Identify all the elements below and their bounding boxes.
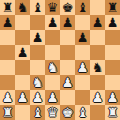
square-b6[interactable] xyxy=(15,30,30,45)
piece-white-pawn[interactable]: ♟ xyxy=(2,90,14,105)
piece-black-pawn[interactable]: ♟ xyxy=(2,15,14,30)
square-e2[interactable] xyxy=(60,90,75,105)
piece-white-pawn[interactable]: ♟ xyxy=(32,90,44,105)
square-f5[interactable] xyxy=(75,45,90,60)
piece-white-pawn[interactable]: ♟ xyxy=(62,75,74,90)
square-c2[interactable]: ♟ xyxy=(30,90,45,105)
piece-white-pawn[interactable]: ♟ xyxy=(107,90,119,105)
square-a7[interactable]: ♟ xyxy=(0,15,15,30)
square-b3[interactable] xyxy=(15,75,30,90)
square-b2[interactable]: ♟ xyxy=(15,90,30,105)
piece-black-rook[interactable]: ♜ xyxy=(2,0,14,15)
square-a3[interactable] xyxy=(0,75,15,90)
square-h3[interactable] xyxy=(105,75,120,90)
piece-black-bishop[interactable]: ♝ xyxy=(32,0,44,15)
square-f7[interactable] xyxy=(75,15,90,30)
square-d8[interactable]: ♛ xyxy=(45,0,60,15)
square-b4[interactable] xyxy=(15,60,30,75)
piece-black-bishop[interactable]: ♝ xyxy=(77,0,89,15)
square-c3[interactable]: ♞ xyxy=(30,75,45,90)
piece-black-rook[interactable]: ♜ xyxy=(107,0,119,15)
piece-black-pawn[interactable]: ♟ xyxy=(32,30,44,45)
square-a4[interactable] xyxy=(0,60,15,75)
square-h5[interactable] xyxy=(105,45,120,60)
piece-black-pawn[interactable]: ♟ xyxy=(17,45,29,60)
square-d6[interactable] xyxy=(45,30,60,45)
piece-black-pawn[interactable]: ♟ xyxy=(77,30,89,45)
square-f6[interactable]: ♟ xyxy=(75,30,90,45)
square-f4[interactable]: ♟ xyxy=(75,60,90,75)
piece-white-pawn[interactable]: ♟ xyxy=(17,90,29,105)
square-a2[interactable]: ♟ xyxy=(0,90,15,105)
square-f2[interactable] xyxy=(75,90,90,105)
piece-black-king[interactable]: ♚ xyxy=(62,0,74,15)
square-a6[interactable] xyxy=(0,30,15,45)
piece-black-pawn[interactable]: ♟ xyxy=(62,15,74,30)
square-d3[interactable] xyxy=(45,75,60,90)
square-h7[interactable]: ♟ xyxy=(105,15,120,30)
square-e3[interactable]: ♟ xyxy=(60,75,75,90)
square-g3[interactable] xyxy=(90,75,105,90)
square-b5[interactable]: ♟ xyxy=(15,45,30,60)
square-h6[interactable] xyxy=(105,30,120,45)
square-f1[interactable]: ♝ xyxy=(75,105,90,120)
square-d2[interactable]: ♟ xyxy=(45,90,60,105)
square-b1[interactable] xyxy=(15,105,30,120)
square-g6[interactable] xyxy=(90,30,105,45)
piece-white-bishop[interactable]: ♝ xyxy=(77,105,89,120)
square-e4[interactable] xyxy=(60,60,75,75)
square-e5[interactable] xyxy=(60,45,75,60)
square-b7[interactable] xyxy=(15,15,30,30)
square-d4[interactable]: ♞ xyxy=(45,60,60,75)
piece-white-pawn[interactable]: ♟ xyxy=(47,90,59,105)
piece-white-knight[interactable]: ♞ xyxy=(32,75,44,90)
square-b8[interactable]: ♞ xyxy=(15,0,30,15)
square-h2[interactable]: ♟ xyxy=(105,90,120,105)
square-e8[interactable]: ♚ xyxy=(60,0,75,15)
piece-white-rook[interactable]: ♜ xyxy=(107,105,119,120)
piece-white-rook[interactable]: ♜ xyxy=(2,105,14,120)
square-e6[interactable] xyxy=(60,30,75,45)
piece-white-king[interactable]: ♚ xyxy=(62,105,74,120)
square-c4[interactable] xyxy=(30,60,45,75)
square-c8[interactable]: ♝ xyxy=(30,0,45,15)
piece-black-pawn[interactable]: ♟ xyxy=(92,15,104,30)
piece-black-knight[interactable]: ♞ xyxy=(17,0,29,15)
chess-board: ♜♞♝♛♚♝♜♟♟♟♟♟♟♟♟♞♟♞♞♟♟♟♟♟♟♟♜♝♛♚♝♜ xyxy=(0,0,120,120)
square-a8[interactable]: ♜ xyxy=(0,0,15,15)
square-d7[interactable]: ♟ xyxy=(45,15,60,30)
square-c5[interactable] xyxy=(30,45,45,60)
square-e1[interactable]: ♚ xyxy=(60,105,75,120)
square-h8[interactable]: ♜ xyxy=(105,0,120,15)
square-c7[interactable] xyxy=(30,15,45,30)
square-f3[interactable] xyxy=(75,75,90,90)
square-f8[interactable]: ♝ xyxy=(75,0,90,15)
square-c1[interactable]: ♝ xyxy=(30,105,45,120)
piece-white-bishop[interactable]: ♝ xyxy=(32,105,44,120)
square-g4[interactable]: ♞ xyxy=(90,60,105,75)
piece-white-knight[interactable]: ♞ xyxy=(47,60,59,75)
piece-white-queen[interactable]: ♛ xyxy=(47,105,59,120)
square-a5[interactable] xyxy=(0,45,15,60)
square-g7[interactable]: ♟ xyxy=(90,15,105,30)
piece-black-pawn[interactable]: ♟ xyxy=(107,15,119,30)
square-e7[interactable]: ♟ xyxy=(60,15,75,30)
piece-black-queen[interactable]: ♛ xyxy=(47,0,59,15)
piece-black-pawn[interactable]: ♟ xyxy=(47,15,59,30)
square-g8[interactable] xyxy=(90,0,105,15)
square-g1[interactable] xyxy=(90,105,105,120)
square-g2[interactable]: ♟ xyxy=(90,90,105,105)
square-d5[interactable] xyxy=(45,45,60,60)
square-c6[interactable]: ♟ xyxy=(30,30,45,45)
square-a1[interactable]: ♜ xyxy=(0,105,15,120)
square-h4[interactable] xyxy=(105,60,120,75)
piece-white-pawn[interactable]: ♟ xyxy=(92,90,104,105)
square-h1[interactable]: ♜ xyxy=(105,105,120,120)
square-g5[interactable] xyxy=(90,45,105,60)
piece-black-knight[interactable]: ♞ xyxy=(92,60,104,75)
piece-white-pawn[interactable]: ♟ xyxy=(77,60,89,75)
square-d1[interactable]: ♛ xyxy=(45,105,60,120)
